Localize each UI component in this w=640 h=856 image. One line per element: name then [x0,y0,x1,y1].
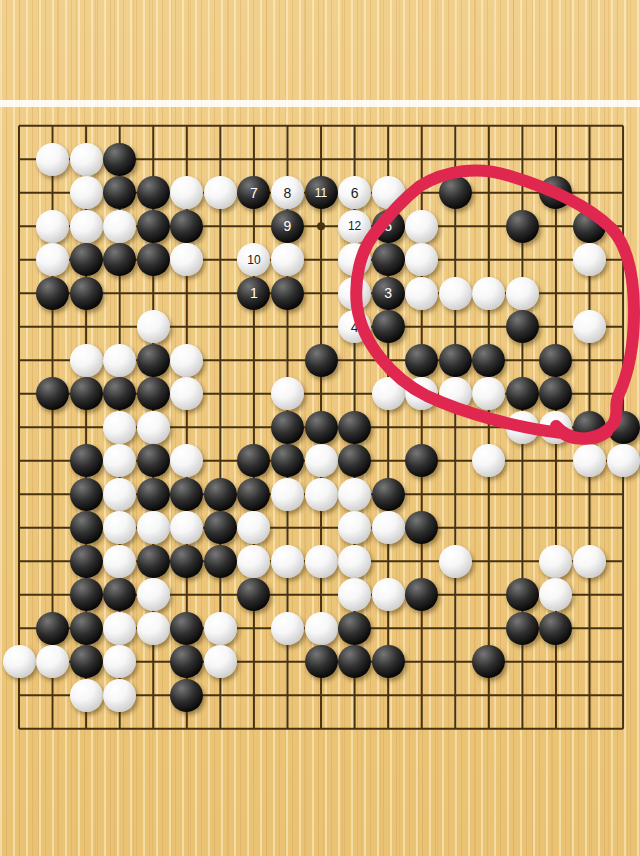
white-stone [305,478,338,511]
black-stone [506,578,539,611]
white-stone [137,578,170,611]
white-stone [405,210,438,243]
black-stone [170,612,203,645]
black-stone [137,545,170,578]
black-stone [506,612,539,645]
white-stone [539,411,572,444]
black-stone [607,411,640,444]
black-stone [36,612,69,645]
black-stone [137,176,170,209]
black-stone [539,344,572,377]
black-stone [573,411,606,444]
white-stone [372,377,405,410]
white-stone [70,176,103,209]
black-stone [271,277,304,310]
white-stone: 2 [338,277,371,310]
white-stone [103,612,136,645]
black-stone [439,344,472,377]
white-stone [372,511,405,544]
black-stone [70,277,103,310]
black-stone [137,243,170,276]
black-stone [271,411,304,444]
white-stone [506,411,539,444]
white-stone [372,578,405,611]
black-stone [372,243,405,276]
white-stone [271,612,304,645]
white-stone [36,645,69,678]
white-stone [237,545,270,578]
move-number-label: 8 [284,186,292,200]
move-number-label: 7 [250,186,258,200]
black-stone [170,545,203,578]
white-stone [103,478,136,511]
black-stone [36,277,69,310]
move-number-label: 10 [247,254,260,266]
black-stone [439,176,472,209]
black-stone [305,411,338,444]
white-stone [573,310,606,343]
black-stone [137,377,170,410]
black-stone [204,545,237,578]
white-stone [573,243,606,276]
white-stone [137,310,170,343]
white-stone [439,545,472,578]
white-stone [70,143,103,176]
black-stone [70,612,103,645]
black-stone: 11 [305,176,338,209]
black-stone [372,478,405,511]
black-stone [506,377,539,410]
white-stone [170,344,203,377]
black-stone [271,444,304,477]
white-stone [36,210,69,243]
black-stone [372,310,405,343]
white-stone [405,277,438,310]
black-stone [237,478,270,511]
black-stone [70,478,103,511]
black-stone: 9 [271,210,304,243]
black-stone [170,679,203,712]
black-stone [305,645,338,678]
black-stone [506,310,539,343]
move-number-label: 1 [250,286,258,300]
white-stone [338,478,371,511]
white-stone [137,411,170,444]
white-stone: 12 [338,210,371,243]
move-number-label: 11 [315,187,327,199]
white-stone [70,210,103,243]
black-stone [204,478,237,511]
go-board-screenshot: 781169125101234 [0,0,640,856]
black-stone [204,511,237,544]
white-stone [271,545,304,578]
white-stone [103,210,136,243]
white-stone [338,545,371,578]
black-stone: 3 [372,277,405,310]
black-stone [506,210,539,243]
white-stone [103,344,136,377]
black-stone [70,578,103,611]
black-stone [405,344,438,377]
star-point [317,222,325,230]
black-stone [36,377,69,410]
move-number-label: 3 [384,286,392,300]
white-stone [271,377,304,410]
white-stone: 8 [271,176,304,209]
white-stone [573,545,606,578]
black-stone [573,210,606,243]
white-stone [36,243,69,276]
white-stone [305,444,338,477]
white-stone [204,176,237,209]
black-stone [70,444,103,477]
white-stone [137,612,170,645]
white-stone [506,277,539,310]
black-stone [539,612,572,645]
black-stone [338,612,371,645]
move-number-label: 2 [351,286,359,300]
white-stone [204,612,237,645]
black-stone [103,143,136,176]
black-stone [70,243,103,276]
white-stone [271,243,304,276]
black-stone [70,511,103,544]
black-stone [70,545,103,578]
white-stone [137,511,170,544]
black-stone [372,645,405,678]
move-number-label: 5 [384,219,392,233]
white-stone [305,545,338,578]
black-stone [472,344,505,377]
white-stone [607,444,640,477]
white-stone [103,545,136,578]
white-stone [204,645,237,678]
white-stone [439,377,472,410]
move-number-label: 6 [351,186,359,200]
white-stone [271,478,304,511]
black-stone: 1 [237,277,270,310]
white-stone [3,645,36,678]
black-stone [137,344,170,377]
white-stone [573,444,606,477]
move-number-label: 4 [351,320,359,334]
white-stone [70,344,103,377]
white-stone [305,612,338,645]
black-stone [338,411,371,444]
white-stone [103,679,136,712]
black-stone [170,210,203,243]
black-stone [137,210,170,243]
black-stone [137,444,170,477]
white-stone [439,277,472,310]
white-stone [539,545,572,578]
black-stone: 5 [372,210,405,243]
black-stone [137,478,170,511]
white-stone [103,411,136,444]
white-stone [36,143,69,176]
white-stone [372,176,405,209]
black-stone [70,645,103,678]
black-stone [305,344,338,377]
move-number-label: 12 [348,220,361,232]
white-stone [70,679,103,712]
move-number-label: 9 [284,219,292,233]
white-stone [472,277,505,310]
black-stone [70,377,103,410]
black-stone [170,478,203,511]
